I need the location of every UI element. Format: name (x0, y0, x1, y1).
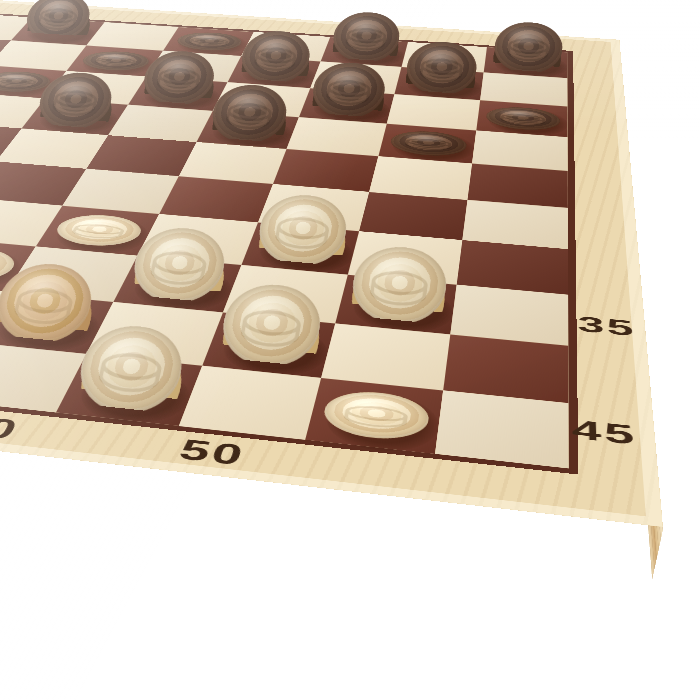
checkers-board: ⛂⛂⛂⛂⛂⛂⛂⛂⛂⛂⛂⛂⛂⛂⛂⛂⛂⛂⛂⛂⛀⛀⛀⛀⛀⛀⛀⛀⛀⛀⛀⛀⛀⛀⛀⛀⛀⛀ 3… (0, 0, 663, 527)
photo-scene: ⛂⛂⛂⛂⛂⛂⛂⛂⛂⛂⛂⛂⛂⛂⛂⛂⛂⛂⛂⛂⛀⛀⛀⛀⛀⛀⛀⛀⛀⛀⛀⛀⛀⛀⛀⛀⛀⛀ 3… (0, 0, 700, 700)
checker-glyph: ⛂ (401, 132, 455, 154)
square-dark: ⛀ (202, 313, 335, 378)
checker-glyph: ⛀ (337, 393, 413, 436)
checker-glyph: ⛂ (184, 33, 234, 49)
checker-glyph: ⛂ (46, 77, 105, 126)
checker-glyph: ⛀ (6, 269, 83, 338)
checker-glyph: ⛂ (89, 52, 143, 70)
checker-glyph: ⛂ (220, 89, 278, 139)
checker-glyph: ⛀ (143, 233, 215, 298)
border-number-35: 35 (577, 311, 636, 341)
checker-glyph: ⛂ (497, 108, 547, 129)
checker-glyph: ⛂ (415, 45, 467, 91)
square-light (435, 390, 569, 468)
square-light (321, 323, 450, 390)
square-dark: ⛀ (305, 378, 443, 454)
border-number-40: 40 (0, 409, 26, 446)
checker-glyph: ⛂ (0, 72, 44, 91)
checker-glyph: ⛂ (341, 16, 391, 59)
checker-glyph: ⛀ (233, 290, 309, 361)
checker-glyph: ⛀ (269, 200, 336, 261)
board-grid: ⛂⛂⛂⛂⛂⛂⛂⛂⛂⛂⛂⛂⛂⛂⛂⛂⛂⛂⛂⛂⛀⛀⛀⛀⛀⛀⛀⛀⛀⛀⛀⛀⛀⛀⛀⛀⛀⛀ (0, 4, 569, 469)
checker-glyph: ⛂ (321, 66, 376, 114)
checker-glyph: ⛀ (364, 252, 435, 319)
square-light (179, 366, 321, 440)
checker-glyph: ⛀ (90, 331, 171, 407)
square-dark (443, 334, 568, 403)
checker-glyph: ⛂ (249, 35, 302, 80)
checker-glyph: ⛂ (503, 26, 553, 70)
checker-glyph: ⛀ (64, 216, 132, 244)
border-number-45: 45 (572, 414, 638, 451)
checker-glyph: ⛂ (151, 55, 207, 101)
border-number-50: 50 (175, 433, 250, 472)
checker-glyph: ⛂ (32, 0, 83, 38)
board-right-edge (614, 39, 663, 581)
square-dark: ⛀ (335, 275, 456, 335)
